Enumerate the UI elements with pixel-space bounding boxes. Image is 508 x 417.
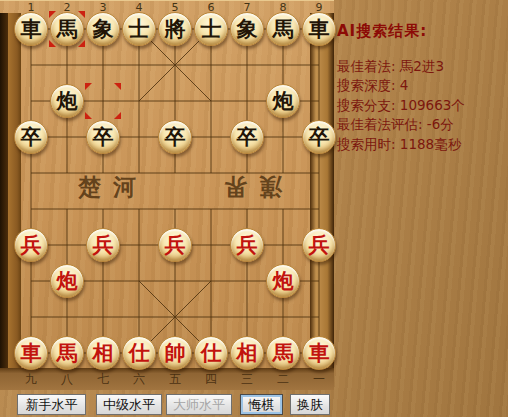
xiangqi-board[interactable]: 楚河 漢界 123456789九八七六五四三二一車馬象士將士象馬車炮炮卒卒卒卒卒… <box>0 0 334 390</box>
button-intermediate-level[interactable]: 中级水平 <box>96 394 162 415</box>
best-move-line: 最佳着法: 馬2进3 <box>337 57 505 76</box>
river-label-chu: 楚河 <box>52 174 162 200</box>
xiangqi-piece-black[interactable]: 車 <box>14 12 48 46</box>
button-undo-move[interactable]: 悔棋 <box>240 394 283 415</box>
xiangqi-piece-black[interactable]: 炮 <box>50 84 84 118</box>
xiangqi-piece-red[interactable]: 兵 <box>302 228 336 262</box>
file-number-bottom: 二 <box>273 371 293 388</box>
xiangqi-piece-red[interactable]: 兵 <box>86 228 120 262</box>
xiangqi-piece-red[interactable]: 馬 <box>266 336 300 370</box>
best-move-eval-line: 最佳着法评估: -6分 <box>337 115 505 134</box>
file-number-bottom: 五 <box>165 371 185 388</box>
file-number-bottom: 六 <box>129 371 149 388</box>
xiangqi-piece-black[interactable]: 卒 <box>14 120 48 154</box>
xiangqi-piece-black[interactable]: 士 <box>194 12 228 46</box>
xiangqi-piece-red[interactable]: 炮 <box>50 264 84 298</box>
button-master-level[interactable]: 大师水平 <box>166 394 232 415</box>
search-time-line: 搜索用时: 1188毫秒 <box>337 135 505 154</box>
xiangqi-piece-red[interactable]: 炮 <box>266 264 300 298</box>
xiangqi-piece-black[interactable]: 將 <box>158 12 192 46</box>
xiangqi-piece-black[interactable]: 馬 <box>266 12 300 46</box>
xiangqi-piece-red[interactable]: 馬 <box>50 336 84 370</box>
xiangqi-piece-red[interactable]: 兵 <box>14 228 48 262</box>
xiangqi-piece-black[interactable]: 卒 <box>158 120 192 154</box>
xiangqi-piece-black[interactable]: 卒 <box>230 120 264 154</box>
xiangqi-piece-red[interactable]: 相 <box>230 336 264 370</box>
file-number-bottom: 八 <box>57 371 77 388</box>
xiangqi-piece-red[interactable]: 兵 <box>158 228 192 262</box>
xiangqi-piece-black[interactable]: 車 <box>302 12 336 46</box>
xiangqi-piece-red[interactable]: 帥 <box>158 336 192 370</box>
button-beginner-level[interactable]: 新手水平 <box>17 394 86 415</box>
xiangqi-piece-red[interactable]: 仕 <box>122 336 156 370</box>
search-depth-line: 搜索深度: 4 <box>337 76 505 95</box>
xiangqi-piece-red[interactable]: 車 <box>302 336 336 370</box>
xiangqi-piece-red[interactable]: 相 <box>86 336 120 370</box>
ai-results-title: AI搜索结果: <box>337 22 505 41</box>
file-number-bottom: 一 <box>309 371 329 388</box>
xiangqi-piece-black[interactable]: 象 <box>86 12 120 46</box>
xiangqi-piece-black[interactable]: 士 <box>122 12 156 46</box>
button-change-skin[interactable]: 换肤 <box>290 394 330 415</box>
xiangqi-piece-black[interactable]: 象 <box>230 12 264 46</box>
xiangqi-piece-black[interactable]: 卒 <box>86 120 120 154</box>
search-branches-line: 搜索分支: 109663个 <box>337 96 505 115</box>
xiangqi-piece-black[interactable]: 卒 <box>302 120 336 154</box>
xiangqi-piece-red[interactable]: 車 <box>14 336 48 370</box>
file-number-bottom: 九 <box>21 371 41 388</box>
file-number-bottom: 四 <box>201 371 221 388</box>
file-number-bottom: 七 <box>93 371 113 388</box>
xiangqi-piece-red[interactable]: 兵 <box>230 228 264 262</box>
file-number-bottom: 三 <box>237 371 257 388</box>
xiangqi-piece-black[interactable]: 馬 <box>50 12 84 46</box>
xiangqi-piece-black[interactable]: 炮 <box>266 84 300 118</box>
river-label-han: 漢界 <box>198 174 308 200</box>
ai-search-panel: AI搜索结果: 最佳着法: 馬2进3 搜索深度: 4 搜索分支: 109663个… <box>337 22 505 154</box>
xiangqi-piece-red[interactable]: 仕 <box>194 336 228 370</box>
